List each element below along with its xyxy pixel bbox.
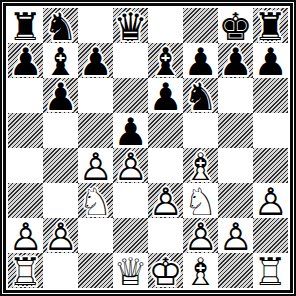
black-pawn-piece: ♟ — [183, 43, 218, 78]
square-g6[interactable] — [218, 78, 253, 113]
black-rook-piece: ♜ — [253, 8, 288, 43]
square-a6[interactable] — [8, 78, 43, 113]
white-knight-piece: ♞ — [78, 183, 113, 218]
white-bishop-piece: ♝ — [183, 253, 218, 288]
white-pawn-piece: ♟ — [78, 148, 113, 183]
black-pawn-piece: ♟ — [8, 43, 43, 78]
square-a7[interactable]: ♟ — [8, 43, 43, 78]
black-king-piece: ♚ — [218, 8, 253, 43]
white-bishop-outline-icon: ♗ — [183, 253, 218, 288]
white-knight-outline-icon: ♘ — [183, 183, 218, 218]
black-pawn-piece: ♟ — [43, 78, 78, 113]
white-queen-outline-icon: ♕ — [113, 253, 148, 288]
square-b2[interactable]: ♟♙ — [43, 218, 78, 253]
white-rook-outline-icon: ♖ — [253, 253, 288, 288]
square-e6[interactable]: ♟ — [148, 78, 183, 113]
square-a4[interactable] — [8, 148, 43, 183]
square-e7[interactable]: ♝ — [148, 43, 183, 78]
white-pawn-piece: ♟ — [43, 218, 78, 253]
black-pawn-piece: ♟ — [78, 43, 113, 78]
square-b3[interactable] — [43, 183, 78, 218]
square-g4[interactable] — [218, 148, 253, 183]
white-rook-piece: ♜ — [253, 253, 288, 288]
square-a1[interactable]: ♜♖ — [8, 253, 43, 288]
square-c1[interactable] — [78, 253, 113, 288]
square-e5[interactable] — [148, 113, 183, 148]
white-pawn-outline-icon: ♙ — [218, 218, 253, 253]
square-f4[interactable]: ♝♗ — [183, 148, 218, 183]
square-c2[interactable] — [78, 218, 113, 253]
chess-board-inner-border: ♜♞♛♚♜♟♝♟♝♟♟♟♟♟♞♟♟♙♟♙♝♗♞♘♟♙♞♘♟♙♟♙♟♙♟♙♟♙♜♖… — [3, 3, 293, 293]
black-pawn-piece: ♟ — [113, 113, 148, 148]
square-d5[interactable]: ♟ — [113, 113, 148, 148]
square-c7[interactable]: ♟ — [78, 43, 113, 78]
square-f1[interactable]: ♝♗ — [183, 253, 218, 288]
white-pawn-outline-icon: ♙ — [253, 183, 288, 218]
black-bishop-piece: ♝ — [148, 43, 183, 78]
white-pawn-piece: ♟ — [218, 218, 253, 253]
square-b7[interactable]: ♝ — [43, 43, 78, 78]
square-e1[interactable]: ♚♔ — [148, 253, 183, 288]
square-a8[interactable]: ♜ — [8, 8, 43, 43]
white-knight-outline-icon: ♘ — [78, 183, 113, 218]
black-knight-piece: ♞ — [183, 78, 218, 113]
square-f6[interactable]: ♞ — [183, 78, 218, 113]
square-f7[interactable]: ♟ — [183, 43, 218, 78]
square-h2[interactable] — [253, 218, 288, 253]
square-h3[interactable]: ♟♙ — [253, 183, 288, 218]
white-pawn-piece: ♟ — [8, 218, 43, 253]
white-bishop-outline-icon: ♗ — [183, 148, 218, 183]
square-f3[interactable]: ♞♘ — [183, 183, 218, 218]
white-pawn-piece: ♟ — [113, 148, 148, 183]
square-c8[interactable] — [78, 8, 113, 43]
square-e2[interactable] — [148, 218, 183, 253]
square-e3[interactable]: ♟♙ — [148, 183, 183, 218]
square-c3[interactable]: ♞♘ — [78, 183, 113, 218]
white-pawn-outline-icon: ♙ — [8, 218, 43, 253]
square-h8[interactable]: ♜ — [253, 8, 288, 43]
black-pawn-piece: ♟ — [253, 43, 288, 78]
black-knight-piece: ♞ — [43, 8, 78, 43]
white-knight-piece: ♞ — [183, 183, 218, 218]
square-f2[interactable]: ♟♙ — [183, 218, 218, 253]
black-pawn-piece: ♟ — [218, 43, 253, 78]
white-pawn-piece: ♟ — [183, 218, 218, 253]
square-g5[interactable] — [218, 113, 253, 148]
black-bishop-piece: ♝ — [43, 43, 78, 78]
square-c4[interactable]: ♟♙ — [78, 148, 113, 183]
square-a3[interactable] — [8, 183, 43, 218]
square-f8[interactable] — [183, 8, 218, 43]
white-pawn-piece: ♟ — [253, 183, 288, 218]
square-d7[interactable] — [113, 43, 148, 78]
white-queen-piece: ♛ — [113, 253, 148, 288]
square-c6[interactable] — [78, 78, 113, 113]
square-e4[interactable] — [148, 148, 183, 183]
square-h7[interactable]: ♟ — [253, 43, 288, 78]
white-pawn-outline-icon: ♙ — [113, 148, 148, 183]
square-d6[interactable] — [113, 78, 148, 113]
square-b4[interactable] — [43, 148, 78, 183]
square-a5[interactable] — [8, 113, 43, 148]
chess-board: ♜♞♛♚♜♟♝♟♝♟♟♟♟♟♞♟♟♙♟♙♝♗♞♘♟♙♞♘♟♙♟♙♟♙♟♙♟♙♜♖… — [8, 8, 288, 288]
black-queen-piece: ♛ — [113, 8, 148, 43]
square-d2[interactable] — [113, 218, 148, 253]
square-g3[interactable] — [218, 183, 253, 218]
white-pawn-outline-icon: ♙ — [78, 148, 113, 183]
white-pawn-outline-icon: ♙ — [43, 218, 78, 253]
white-bishop-piece: ♝ — [183, 148, 218, 183]
white-king-outline-icon: ♔ — [148, 253, 183, 288]
square-b8[interactable]: ♞ — [43, 8, 78, 43]
square-h1[interactable]: ♜♖ — [253, 253, 288, 288]
square-e8[interactable] — [148, 8, 183, 43]
square-h5[interactable] — [253, 113, 288, 148]
square-d1[interactable]: ♛♕ — [113, 253, 148, 288]
white-rook-piece: ♜ — [8, 253, 43, 288]
white-pawn-piece: ♟ — [148, 183, 183, 218]
square-b5[interactable] — [43, 113, 78, 148]
square-g7[interactable]: ♟ — [218, 43, 253, 78]
square-c5[interactable] — [78, 113, 113, 148]
square-g8[interactable]: ♚ — [218, 8, 253, 43]
chess-board-frame: ♜♞♛♚♜♟♝♟♝♟♟♟♟♟♞♟♟♙♟♙♝♗♞♘♟♙♞♘♟♙♟♙♟♙♟♙♟♙♜♖… — [0, 0, 296, 296]
white-rook-outline-icon: ♖ — [8, 253, 43, 288]
square-g1[interactable] — [218, 253, 253, 288]
square-b1[interactable] — [43, 253, 78, 288]
white-king-piece: ♚ — [148, 253, 183, 288]
square-d8[interactable]: ♛ — [113, 8, 148, 43]
black-pawn-piece: ♟ — [148, 78, 183, 113]
square-b6[interactable]: ♟ — [43, 78, 78, 113]
white-pawn-outline-icon: ♙ — [148, 183, 183, 218]
white-pawn-outline-icon: ♙ — [183, 218, 218, 253]
square-g2[interactable]: ♟♙ — [218, 218, 253, 253]
square-h6[interactable] — [253, 78, 288, 113]
square-d3[interactable] — [113, 183, 148, 218]
square-a2[interactable]: ♟♙ — [8, 218, 43, 253]
square-d4[interactable]: ♟♙ — [113, 148, 148, 183]
square-f5[interactable] — [183, 113, 218, 148]
square-h4[interactable] — [253, 148, 288, 183]
black-rook-piece: ♜ — [8, 8, 43, 43]
